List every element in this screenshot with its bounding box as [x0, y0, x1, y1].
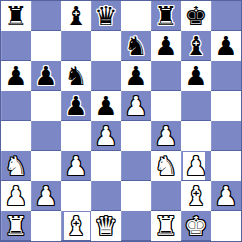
square-f5[interactable] — [151, 91, 181, 121]
square-g1[interactable]: ♚ — [181, 211, 211, 241]
square-c8[interactable]: ♝ — [61, 1, 91, 31]
square-d6[interactable] — [91, 61, 121, 91]
white-king-g1[interactable]: ♚ — [184, 211, 207, 241]
black-bishop-c8[interactable]: ♝ — [64, 1, 87, 31]
square-b4[interactable] — [31, 121, 61, 151]
square-a1[interactable]: ♜ — [1, 211, 31, 241]
square-g7[interactable]: ♝ — [181, 31, 211, 61]
square-d2[interactable] — [91, 181, 121, 211]
square-d5[interactable]: ♟ — [91, 91, 121, 121]
black-pawn-a6[interactable]: ♟ — [4, 61, 27, 91]
black-bishop-g7[interactable]: ♝ — [184, 31, 207, 61]
black-pawn-c5[interactable]: ♟ — [64, 91, 87, 121]
square-c7[interactable] — [61, 31, 91, 61]
square-e1[interactable] — [121, 211, 151, 241]
black-knight-c6[interactable]: ♞ — [64, 61, 87, 91]
square-c2[interactable] — [61, 181, 91, 211]
black-knight-e7[interactable]: ♞ — [124, 31, 147, 61]
square-h7[interactable]: ♟ — [211, 31, 241, 61]
square-h3[interactable] — [211, 151, 241, 181]
square-g6[interactable]: ♟ — [181, 61, 211, 91]
square-f1[interactable]: ♜ — [151, 211, 181, 241]
square-e8[interactable] — [121, 1, 151, 31]
square-c4[interactable] — [61, 121, 91, 151]
square-a3[interactable]: ♞ — [1, 151, 31, 181]
black-pawn-g6[interactable]: ♟ — [184, 61, 207, 91]
square-d4[interactable]: ♟ — [91, 121, 121, 151]
square-g5[interactable] — [181, 91, 211, 121]
white-pawn-b2[interactable]: ♟ — [34, 181, 57, 211]
black-pawn-d5[interactable]: ♟ — [94, 91, 117, 121]
square-g2[interactable]: ♝ — [181, 181, 211, 211]
square-b6[interactable]: ♟ — [31, 61, 61, 91]
square-b5[interactable] — [31, 91, 61, 121]
square-h5[interactable] — [211, 91, 241, 121]
white-pawn-g3[interactable]: ♟ — [184, 151, 207, 181]
square-c3[interactable]: ♟ — [61, 151, 91, 181]
black-rook-f8[interactable]: ♜ — [154, 1, 177, 31]
square-c1[interactable]: ♝ — [61, 211, 91, 241]
white-knight-f3[interactable]: ♞ — [154, 151, 177, 181]
square-g4[interactable] — [181, 121, 211, 151]
square-f4[interactable]: ♟ — [151, 121, 181, 151]
square-f6[interactable] — [151, 61, 181, 91]
square-f8[interactable]: ♜ — [151, 1, 181, 31]
square-d3[interactable] — [91, 151, 121, 181]
white-rook-a1[interactable]: ♜ — [4, 211, 27, 241]
white-pawn-d4[interactable]: ♟ — [94, 121, 117, 151]
white-rook-f1[interactable]: ♜ — [154, 211, 177, 241]
square-e4[interactable] — [121, 121, 151, 151]
white-pawn-f4[interactable]: ♟ — [154, 121, 177, 151]
white-pawn-h2[interactable]: ♟ — [214, 181, 237, 211]
square-b1[interactable] — [31, 211, 61, 241]
square-f2[interactable] — [151, 181, 181, 211]
square-b3[interactable] — [31, 151, 61, 181]
square-e6[interactable]: ♟ — [121, 61, 151, 91]
white-pawn-a2[interactable]: ♟ — [4, 181, 27, 211]
black-king-g8[interactable]: ♚ — [184, 1, 207, 31]
square-d7[interactable] — [91, 31, 121, 61]
square-c6[interactable]: ♞ — [61, 61, 91, 91]
square-e2[interactable] — [121, 181, 151, 211]
square-b8[interactable] — [31, 1, 61, 31]
square-d1[interactable]: ♛ — [91, 211, 121, 241]
black-pawn-h7[interactable]: ♟ — [214, 31, 237, 61]
white-bishop-g2[interactable]: ♝ — [184, 181, 207, 211]
white-pawn-c3[interactable]: ♟ — [64, 151, 87, 181]
square-a2[interactable]: ♟ — [1, 181, 31, 211]
square-e3[interactable] — [121, 151, 151, 181]
white-pawn-e5[interactable]: ♟ — [124, 91, 147, 121]
black-rook-a8[interactable]: ♜ — [4, 1, 27, 31]
square-a4[interactable] — [1, 121, 31, 151]
square-c5[interactable]: ♟ — [61, 91, 91, 121]
white-bishop-c1[interactable]: ♝ — [64, 211, 87, 241]
black-pawn-e6[interactable]: ♟ — [124, 61, 147, 91]
square-f7[interactable]: ♟ — [151, 31, 181, 61]
square-b7[interactable] — [31, 31, 61, 61]
square-e7[interactable]: ♞ — [121, 31, 151, 61]
square-h8[interactable] — [211, 1, 241, 31]
white-knight-a3[interactable]: ♞ — [4, 151, 27, 181]
square-h6[interactable] — [211, 61, 241, 91]
square-a8[interactable]: ♜ — [1, 1, 31, 31]
square-d8[interactable]: ♛ — [91, 1, 121, 31]
square-b2[interactable]: ♟ — [31, 181, 61, 211]
square-g8[interactable]: ♚ — [181, 1, 211, 31]
black-queen-d8[interactable]: ♛ — [94, 1, 117, 31]
square-f3[interactable]: ♞ — [151, 151, 181, 181]
chess-board: ♜♝♛♜♚♞♟♝♟♟♟♞♟♟♟♟♟♟♟♞♟♞♟♟♟♝♟♜♝♛♜♚ — [0, 0, 242, 242]
square-a7[interactable] — [1, 31, 31, 61]
square-h4[interactable] — [211, 121, 241, 151]
square-e5[interactable]: ♟ — [121, 91, 151, 121]
square-a6[interactable]: ♟ — [1, 61, 31, 91]
square-a5[interactable] — [1, 91, 31, 121]
black-pawn-f7[interactable]: ♟ — [154, 31, 177, 61]
white-queen-d1[interactable]: ♛ — [94, 211, 117, 241]
chess-board-container: ♜♝♛♜♚♞♟♝♟♟♟♞♟♟♟♟♟♟♟♞♟♞♟♟♟♝♟♜♝♛♜♚ — [0, 0, 242, 242]
black-pawn-b6[interactable]: ♟ — [34, 61, 57, 91]
square-g3[interactable]: ♟ — [181, 151, 211, 181]
square-h2[interactable]: ♟ — [211, 181, 241, 211]
square-h1[interactable] — [211, 211, 241, 241]
